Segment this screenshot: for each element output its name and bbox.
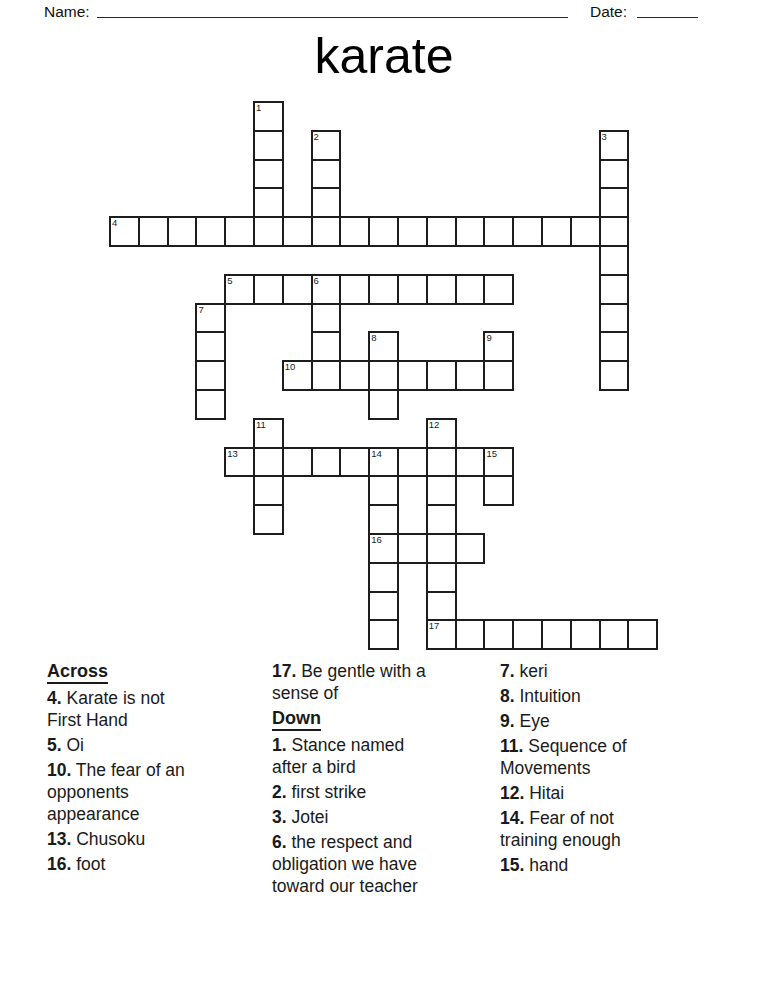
clue: 6. the respect andobligation we havetowa… bbox=[272, 831, 426, 897]
grid-cell[interactable] bbox=[483, 216, 514, 247]
grid-cell[interactable] bbox=[253, 216, 284, 247]
clue-list-header: Across bbox=[47, 660, 185, 684]
grid-cell[interactable] bbox=[253, 475, 284, 506]
clue-number: 1 bbox=[256, 102, 261, 113]
clue-text-line: 3. Jotei bbox=[272, 806, 426, 828]
clue-number-label: 15. bbox=[500, 855, 524, 875]
clue: 14. Fear of nottraining enough bbox=[500, 807, 627, 851]
clue-number: 16 bbox=[371, 534, 382, 545]
grid-cell[interactable] bbox=[311, 331, 342, 362]
grid-cell[interactable]: 14 bbox=[368, 447, 399, 478]
grid-cell[interactable] bbox=[483, 360, 514, 391]
date-blank-line[interactable] bbox=[637, 3, 698, 18]
grid-cell[interactable] bbox=[397, 274, 428, 305]
clue-text-line: 15. hand bbox=[500, 854, 627, 876]
clue-text-line: 14. Fear of not bbox=[500, 807, 627, 829]
grid-cell[interactable] bbox=[339, 274, 370, 305]
grid-cell[interactable] bbox=[599, 331, 630, 362]
grid-cell[interactable] bbox=[455, 216, 486, 247]
clue-number-label: 11. bbox=[500, 736, 523, 756]
clue-text-line: 11. Sequence of bbox=[500, 735, 627, 757]
clue-number-label: 2. bbox=[272, 782, 287, 802]
clue-number: 6 bbox=[314, 275, 319, 286]
grid-cell[interactable] bbox=[339, 360, 370, 391]
clue-number: 10 bbox=[285, 361, 296, 372]
grid-cell[interactable] bbox=[570, 216, 601, 247]
clue-text-line: 7. keri bbox=[500, 660, 627, 682]
grid-cell[interactable]: 1 bbox=[253, 101, 284, 132]
clue-number: 12 bbox=[429, 419, 440, 430]
grid-cell[interactable] bbox=[512, 619, 543, 650]
grid-cell[interactable]: 9 bbox=[483, 331, 514, 362]
grid-cell[interactable] bbox=[311, 216, 342, 247]
clue-number: 8 bbox=[371, 332, 376, 343]
clue: 15. hand bbox=[500, 854, 627, 876]
grid-cell[interactable] bbox=[397, 360, 428, 391]
clue-number-label: 8. bbox=[500, 686, 515, 706]
clue-number-label: 4. bbox=[47, 688, 62, 708]
grid-cell[interactable] bbox=[339, 216, 370, 247]
grid-cell[interactable] bbox=[426, 591, 457, 622]
grid-cell[interactable] bbox=[195, 216, 226, 247]
clue: 16. foot bbox=[47, 853, 185, 875]
clue-column-3: 7. keri8. Intuition9. Eye11. Sequence of… bbox=[500, 660, 627, 879]
grid-cell[interactable]: 12 bbox=[426, 418, 457, 449]
clue: 2. first strike bbox=[272, 781, 426, 803]
grid-cell[interactable]: 2 bbox=[311, 130, 342, 161]
grid-cell[interactable] bbox=[426, 504, 457, 535]
grid-cell[interactable] bbox=[455, 360, 486, 391]
clue-text-line: 9. Eye bbox=[500, 710, 627, 732]
crossword-grid: 1234567891011121314151617 bbox=[110, 102, 659, 651]
grid-cell[interactable] bbox=[455, 447, 486, 478]
clue-text-line: opponents bbox=[47, 781, 185, 803]
clue-list-header: Down bbox=[272, 707, 426, 731]
grid-cell[interactable]: 11 bbox=[253, 418, 284, 449]
clue: 13. Chusoku bbox=[47, 828, 185, 850]
grid-cell[interactable] bbox=[311, 159, 342, 190]
clue-text-line: 4. Karate is not bbox=[47, 687, 185, 709]
grid-cell[interactable] bbox=[253, 274, 284, 305]
clue-number-label: 17. bbox=[272, 661, 296, 681]
clue: 5. Oi bbox=[47, 734, 185, 756]
clue: 4. Karate is notFirst Hand bbox=[47, 687, 185, 731]
grid-cell[interactable] bbox=[599, 274, 630, 305]
clue: 17. Be gentle with asense of bbox=[272, 660, 426, 704]
clue-number-label: 12. bbox=[500, 783, 524, 803]
worksheet-header: Name: Date: bbox=[0, 2, 768, 26]
grid-cell[interactable] bbox=[483, 619, 514, 650]
clue-text-line: obligation we have bbox=[272, 853, 426, 875]
clue-number: 15 bbox=[486, 448, 497, 459]
clue-column-1: Across4. Karate is notFirst Hand5. Oi10.… bbox=[47, 660, 185, 878]
clue-number: 2 bbox=[314, 131, 319, 142]
clue-text-line: 5. Oi bbox=[47, 734, 185, 756]
grid-cell[interactable] bbox=[599, 187, 630, 218]
clue-number: 3 bbox=[602, 131, 607, 142]
worksheet-page: { "game": "crossword", "title": "karate"… bbox=[0, 0, 768, 994]
clue-number-label: 1. bbox=[272, 735, 287, 755]
clue-text-line: 10. The fear of an bbox=[47, 759, 185, 781]
clue-list-header-text: Down bbox=[272, 707, 321, 731]
date-label: Date: bbox=[590, 3, 627, 21]
clue-number: 11 bbox=[256, 419, 266, 430]
clue-text-line: 12. Hitai bbox=[500, 782, 627, 804]
grid-cell[interactable] bbox=[397, 533, 428, 564]
grid-cell[interactable]: 10 bbox=[282, 360, 313, 391]
grid-cell[interactable] bbox=[311, 360, 342, 391]
grid-cell[interactable] bbox=[195, 360, 226, 391]
clue-text-line: 13. Chusoku bbox=[47, 828, 185, 850]
grid-cell[interactable] bbox=[311, 303, 342, 334]
clue-text-line: First Hand bbox=[47, 709, 185, 731]
grid-cell[interactable] bbox=[512, 216, 543, 247]
grid-cell[interactable]: 5 bbox=[224, 274, 255, 305]
grid-cell[interactable] bbox=[426, 216, 457, 247]
grid-cell[interactable] bbox=[253, 159, 284, 190]
grid-cell[interactable] bbox=[397, 216, 428, 247]
grid-cell[interactable] bbox=[599, 360, 630, 391]
clue-number-label: 10. bbox=[47, 760, 71, 780]
clue-number-label: 14. bbox=[500, 808, 524, 828]
grid-cell[interactable] bbox=[311, 187, 342, 218]
grid-cell[interactable] bbox=[282, 274, 313, 305]
page-title: karate bbox=[0, 28, 768, 84]
clue-text-line: 2. first strike bbox=[272, 781, 426, 803]
grid-cell[interactable]: 7 bbox=[195, 303, 226, 334]
grid-cell[interactable] bbox=[368, 591, 399, 622]
clue: 7. keri bbox=[500, 660, 627, 682]
grid-cell[interactable] bbox=[599, 619, 630, 650]
grid-cell[interactable] bbox=[541, 216, 572, 247]
grid-cell[interactable] bbox=[195, 331, 226, 362]
grid-cell[interactable] bbox=[541, 619, 572, 650]
grid-cell[interactable]: 16 bbox=[368, 533, 399, 564]
grid-cell[interactable] bbox=[599, 245, 630, 276]
clue-number: 7 bbox=[198, 304, 203, 315]
clue-text-line: after a bird bbox=[272, 756, 426, 778]
clue-text-line: appearance bbox=[47, 803, 185, 825]
grid-cell[interactable] bbox=[627, 619, 658, 650]
grid-cell[interactable] bbox=[426, 447, 457, 478]
clue-number-label: 13. bbox=[47, 829, 71, 849]
clue-text-line: 6. the respect and bbox=[272, 831, 426, 853]
clue-text-line: toward our teacher bbox=[272, 875, 426, 897]
grid-cell[interactable] bbox=[368, 216, 399, 247]
grid-cell[interactable] bbox=[195, 389, 226, 420]
clue-column-2: 17. Be gentle with asense ofDown1. Stanc… bbox=[272, 660, 426, 900]
clue: 3. Jotei bbox=[272, 806, 426, 828]
clue-text-line: 17. Be gentle with a bbox=[272, 660, 426, 682]
clue-number: 4 bbox=[112, 217, 117, 228]
clue: 11. Sequence ofMovements bbox=[500, 735, 627, 779]
grid-cell[interactable] bbox=[426, 360, 457, 391]
clue-number-label: 9. bbox=[500, 711, 515, 731]
grid-cell[interactable] bbox=[253, 130, 284, 161]
grid-cell[interactable] bbox=[599, 159, 630, 190]
clue-text-line: 1. Stance named bbox=[272, 734, 426, 756]
grid-cell[interactable] bbox=[599, 303, 630, 334]
grid-cell[interactable] bbox=[282, 447, 313, 478]
clue-text-line: 16. foot bbox=[47, 853, 185, 875]
clue: 9. Eye bbox=[500, 710, 627, 732]
grid-cell[interactable] bbox=[138, 216, 169, 247]
grid-cell[interactable] bbox=[368, 360, 399, 391]
grid-cell[interactable]: 15 bbox=[483, 447, 514, 478]
clue-text-line: Movements bbox=[500, 757, 627, 779]
grid-cell[interactable] bbox=[368, 504, 399, 535]
clue: 10. The fear of anopponentsappearance bbox=[47, 759, 185, 825]
clue-number-label: 3. bbox=[272, 807, 287, 827]
grid-cell[interactable] bbox=[483, 475, 514, 506]
clue-list-header-text: Across bbox=[47, 660, 108, 684]
grid-cell[interactable] bbox=[570, 619, 601, 650]
name-label: Name: bbox=[44, 3, 90, 21]
grid-cell[interactable] bbox=[397, 447, 428, 478]
grid-cell[interactable] bbox=[311, 447, 342, 478]
grid-cell[interactable] bbox=[368, 274, 399, 305]
grid-cell[interactable]: 3 bbox=[599, 130, 630, 161]
grid-cell[interactable] bbox=[599, 216, 630, 247]
clue-number: 14 bbox=[371, 448, 382, 459]
grid-cell[interactable] bbox=[426, 274, 457, 305]
grid-cell[interactable] bbox=[282, 216, 313, 247]
clue-number: 5 bbox=[227, 275, 232, 286]
grid-cell[interactable]: 6 bbox=[311, 274, 342, 305]
grid-cell[interactable] bbox=[455, 274, 486, 305]
clue: 8. Intuition bbox=[500, 685, 627, 707]
clue-number: 17 bbox=[429, 620, 440, 631]
clue: 12. Hitai bbox=[500, 782, 627, 804]
grid-cell[interactable] bbox=[224, 216, 255, 247]
clue-number-label: 7. bbox=[500, 661, 515, 681]
grid-cell[interactable] bbox=[455, 619, 486, 650]
clue-number-label: 16. bbox=[47, 854, 71, 874]
grid-cell[interactable] bbox=[368, 389, 399, 420]
clue: 1. Stance namedafter a bird bbox=[272, 734, 426, 778]
grid-cell[interactable]: 8 bbox=[368, 331, 399, 362]
grid-cell[interactable] bbox=[253, 447, 284, 478]
grid-cell[interactable] bbox=[253, 187, 284, 218]
grid-cell[interactable] bbox=[368, 619, 399, 650]
clue-text-line: 8. Intuition bbox=[500, 685, 627, 707]
grid-cell[interactable]: 4 bbox=[109, 216, 140, 247]
grid-cell[interactable] bbox=[483, 274, 514, 305]
name-blank-line[interactable] bbox=[97, 3, 568, 18]
clue-number: 13 bbox=[227, 448, 238, 459]
grid-cell[interactable] bbox=[426, 533, 457, 564]
clue-text-line: training enough bbox=[500, 829, 627, 851]
grid-cell[interactable] bbox=[368, 475, 399, 506]
grid-cell[interactable]: 17 bbox=[426, 619, 457, 650]
grid-cell[interactable] bbox=[339, 447, 370, 478]
clue-number-label: 5. bbox=[47, 735, 62, 755]
clue-number: 9 bbox=[486, 332, 491, 343]
grid-cell[interactable] bbox=[426, 562, 457, 593]
grid-cell[interactable] bbox=[426, 475, 457, 506]
clue-number-label: 6. bbox=[272, 832, 287, 852]
grid-cell[interactable] bbox=[167, 216, 198, 247]
grid-cell[interactable] bbox=[253, 504, 284, 535]
grid-cell[interactable] bbox=[455, 533, 486, 564]
grid-cell[interactable] bbox=[368, 562, 399, 593]
clue-text-line: sense of bbox=[272, 682, 426, 704]
grid-cell[interactable]: 13 bbox=[224, 447, 255, 478]
